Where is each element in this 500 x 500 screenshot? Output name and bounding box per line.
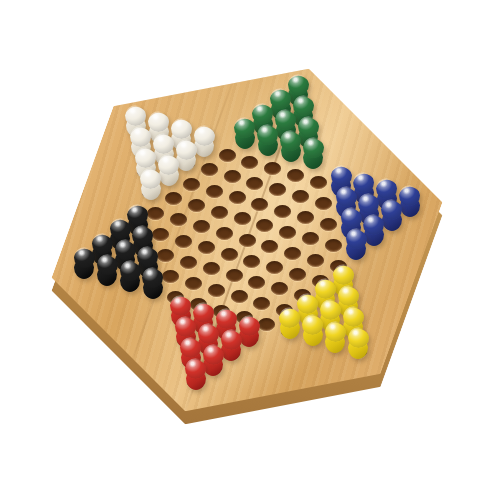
hole-r7c2[interactable] [188,199,205,212]
yellow-peg-head: ● [325,321,346,342]
white-peg-head: ● [125,105,146,126]
hole-r7c5[interactable] [256,219,273,232]
green-peg-glyph: ● [303,137,324,158]
hole-r11c5[interactable] [208,284,225,297]
white-peg-head: ● [194,125,215,146]
black-peg-glyph: ● [127,204,148,225]
red-peg-glyph: ● [185,358,206,379]
yellow-peg-head: ● [333,264,354,285]
black-peg-glyph: ● [110,218,131,239]
hole-r5c5[interactable] [246,177,263,190]
yellow-peg-glyph: ● [302,314,323,335]
hole-r5c4[interactable] [224,170,241,183]
white-peg-glyph: ● [194,125,215,146]
hole-r6c5[interactable] [251,198,268,211]
hole-r11c3[interactable] [162,270,179,283]
green-peg-head: ● [252,103,273,124]
hole-r8c3[interactable] [216,227,233,240]
black-peg-head: ● [97,254,118,275]
hole-r9c5[interactable] [243,255,260,268]
hole-r11c7[interactable] [253,297,270,310]
hole-r9c1[interactable] [152,228,169,241]
green-peg-glyph: ● [234,117,255,138]
green-peg-glyph: ● [257,124,278,145]
hole-r9c6[interactable] [266,261,283,274]
hole-r7c7[interactable] [302,232,319,245]
hole-r8c5[interactable] [261,240,278,253]
blue-peg-glyph: ● [353,172,374,193]
hole-r10c7[interactable] [271,282,288,295]
white-peg-head: ● [153,133,174,154]
blue-peg-glyph: ● [399,185,420,206]
hole-r11c6[interactable] [231,290,248,303]
hole-r5c7[interactable] [292,190,309,203]
white-peg-head: ● [158,154,179,175]
hole-r7c3[interactable] [211,206,228,219]
black-peg-glyph: ● [115,239,136,260]
black-peg-head: ● [74,247,95,268]
red-peg-glyph: ● [180,337,201,358]
red-peg-glyph: ● [203,344,224,365]
hole-r8c7[interactable] [307,254,324,267]
hole-r10c2[interactable] [157,249,174,262]
blue-peg-glyph: ● [363,214,384,235]
blue-peg-glyph: ● [341,207,362,228]
white-peg-glyph: ● [125,105,146,126]
red-peg-head: ● [198,323,219,344]
yellow-peg-head: ● [302,314,323,335]
white-peg-head: ● [130,126,151,147]
green-peg-glyph: ● [270,88,291,109]
black-peg-glyph: ● [137,246,158,267]
red-peg-glyph: ● [216,308,237,329]
hole-r10c4[interactable] [203,262,220,275]
red-peg-head: ● [203,344,224,365]
red-peg-glyph: ● [239,315,260,336]
white-peg-glyph: ● [130,126,151,147]
red-peg-head: ● [193,302,214,323]
green-peg-glyph: ● [298,116,319,137]
hole-r6c2[interactable] [183,178,200,191]
hole-r6c3[interactable] [206,185,223,198]
red-peg-glyph: ● [175,316,196,337]
hole-r6c7[interactable] [297,211,314,224]
yellow-peg-glyph: ● [333,264,354,285]
hole-r7c1[interactable] [165,192,182,205]
green-peg-glyph: ● [288,74,309,95]
black-peg-glyph: ● [132,225,153,246]
blue-peg-head: ● [353,172,374,193]
red-peg-glyph: ● [170,295,191,316]
green-peg-glyph: ● [293,95,314,116]
red-peg-head: ● [216,308,237,329]
white-peg-glyph: ● [176,139,197,160]
yellow-peg-glyph: ● [279,307,300,328]
hole-r8c0[interactable] [147,207,164,220]
blue-peg-head: ● [336,186,357,207]
green-peg-glyph: ● [275,109,296,130]
hole-r9c4[interactable] [221,248,238,261]
hole-r9c7[interactable] [289,268,306,281]
black-peg-head: ● [92,233,113,254]
blue-peg-head: ● [341,207,362,228]
white-peg-glyph: ● [135,147,156,168]
yellow-peg-head: ● [348,327,369,348]
blue-peg-head: ● [346,228,367,249]
blue-peg-head: ● [358,193,379,214]
red-peg-head: ● [170,295,191,316]
green-peg-head: ● [303,137,324,158]
black-peg-glyph: ● [92,233,113,254]
green-peg-glyph: ● [252,103,273,124]
black-peg-head: ● [110,218,131,239]
hole-r4c6[interactable] [264,162,281,175]
red-peg-head: ● [239,315,260,336]
green-peg-glyph: ● [280,130,301,151]
white-peg-glyph: ● [153,133,174,154]
hole-r12c8[interactable] [258,318,275,331]
yellow-peg-head: ● [297,293,318,314]
blue-peg-glyph: ● [346,228,367,249]
hole-r9c3[interactable] [198,241,215,254]
hole-r5c8[interactable] [315,197,332,210]
hole-r4c4[interactable] [219,149,236,162]
yellow-peg-head: ● [338,285,359,306]
hole-r10c6[interactable] [248,276,265,289]
red-peg-glyph: ● [221,329,242,350]
yellow-peg-glyph: ● [338,285,359,306]
hole-r10c3[interactable] [180,256,197,269]
yellow-peg-glyph: ● [343,306,364,327]
green-peg-head: ● [293,95,314,116]
yellow-peg-glyph: ● [315,278,336,299]
white-peg-head: ● [171,118,192,139]
black-peg-head: ● [120,260,141,281]
green-peg-head: ● [270,88,291,109]
hole-r7c4[interactable] [234,212,251,225]
yellow-peg-glyph: ● [348,327,369,348]
blue-peg-glyph: ● [336,186,357,207]
hole-r8c4[interactable] [239,234,256,247]
hole-r8c6[interactable] [284,247,301,260]
yellow-peg-glyph: ● [325,321,346,342]
hole-r6c4[interactable] [229,191,246,204]
black-peg-glyph: ● [142,267,163,288]
yellow-peg-glyph: ● [297,293,318,314]
white-peg-glyph: ● [171,118,192,139]
hole-r4c7[interactable] [287,169,304,182]
hole-r4c8[interactable] [310,176,327,189]
hole-r8c2[interactable] [193,220,210,233]
hole-r6c8[interactable] [320,218,337,231]
green-peg-head: ● [298,116,319,137]
hole-r9c2[interactable] [175,235,192,248]
black-peg-head: ● [115,239,136,260]
blue-peg-glyph: ● [358,193,379,214]
black-peg-glyph: ● [120,260,141,281]
hole-r10c5[interactable] [226,269,243,282]
product-photo[interactable]: ●●●●●●●●●●●●●●●●●●●●●●●●●●●●●●●●●●●●●●●●… [0,0,500,500]
white-peg-glyph: ● [140,168,161,189]
red-peg-glyph: ● [198,323,219,344]
blue-peg-head: ● [399,185,420,206]
hole-r7c8[interactable] [325,239,342,252]
red-peg-glyph: ● [193,302,214,323]
hole-r7c6[interactable] [279,226,296,239]
yellow-peg-head: ● [343,306,364,327]
hole-r8c1[interactable] [170,213,187,226]
white-peg-glyph: ● [148,111,169,132]
hole-r4c5[interactable] [241,156,258,169]
blue-peg-glyph: ● [331,165,352,186]
hole-r11c4[interactable] [185,277,202,290]
board-holes-and-pegs: ●●●●●●●●●●●●●●●●●●●●●●●●●●●●●●●●●●●●●●●●… [0,0,500,500]
hole-r5c3[interactable] [201,163,218,176]
black-peg-head: ● [127,204,148,225]
green-peg-head: ● [288,74,309,95]
black-peg-glyph: ● [74,247,95,268]
blue-peg-glyph: ● [376,178,397,199]
white-peg-glyph: ● [158,154,179,175]
green-peg-head: ● [257,124,278,145]
blue-peg-head: ● [331,165,352,186]
hole-r6c6[interactable] [274,205,291,218]
black-peg-glyph: ● [97,254,118,275]
yellow-peg-glyph: ● [320,299,341,320]
white-peg-head: ● [176,139,197,160]
hole-r5c6[interactable] [269,183,286,196]
